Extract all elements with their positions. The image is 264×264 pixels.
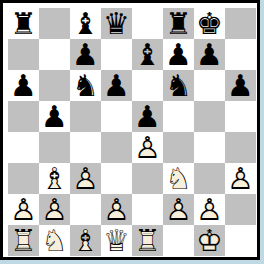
- square-f3[interactable]: ♞♘: [163, 163, 194, 194]
- white-rook-icon-fill: ♜: [132, 225, 163, 256]
- square-b1[interactable]: ♞♘: [39, 225, 70, 256]
- square-g3[interactable]: [194, 163, 225, 194]
- square-a2[interactable]: ♟♙: [8, 194, 39, 225]
- square-b6[interactable]: [39, 70, 70, 101]
- square-h6[interactable]: ♟: [225, 70, 256, 101]
- square-c5[interactable]: [70, 101, 101, 132]
- black-knight-icon: ♞: [70, 70, 101, 101]
- square-g2[interactable]: ♟♙: [194, 194, 225, 225]
- black-bishop-icon: ♝: [132, 39, 163, 70]
- white-pawn-icon-fill: ♟: [194, 194, 225, 225]
- square-f8[interactable]: ♜: [163, 8, 194, 39]
- white-rook-icon-fill: ♜: [8, 225, 39, 256]
- square-h7[interactable]: [225, 39, 256, 70]
- white-pawn-icon: ♙: [101, 194, 132, 225]
- white-pawn-icon: ♙: [39, 194, 70, 225]
- square-a6[interactable]: ♟: [8, 70, 39, 101]
- white-bishop-icon-fill: ♝: [70, 225, 101, 256]
- white-pawn-icon-fill: ♟: [101, 194, 132, 225]
- white-knight-icon-fill: ♞: [163, 163, 194, 194]
- black-pawn-icon: ♟: [132, 101, 163, 132]
- square-e6[interactable]: [132, 70, 163, 101]
- white-knight-icon: ♘: [163, 163, 194, 194]
- black-king-icon: ♚: [194, 8, 225, 39]
- square-a3[interactable]: [8, 163, 39, 194]
- square-c6[interactable]: ♞: [70, 70, 101, 101]
- square-c8[interactable]: ♝: [70, 8, 101, 39]
- square-h5[interactable]: [225, 101, 256, 132]
- white-pawn-icon-fill: ♟: [132, 132, 163, 163]
- square-d6[interactable]: ♟: [101, 70, 132, 101]
- square-c7[interactable]: ♟: [70, 39, 101, 70]
- white-queen-icon-fill: ♛: [101, 225, 132, 256]
- white-pawn-icon: ♙: [8, 194, 39, 225]
- white-pawn-icon-fill: ♟: [225, 163, 256, 194]
- black-rook-icon: ♜: [8, 8, 39, 39]
- square-e2[interactable]: [132, 194, 163, 225]
- chess-board: ♜♝♛♜♚♟♝♟♟♟♞♟♞♟♟♟♟♙♝♗♟♙♞♘♟♙♟♙♟♙♟♙♟♙♟♙♜♖♞♘…: [8, 8, 256, 256]
- square-b8[interactable]: [39, 8, 70, 39]
- square-f6[interactable]: ♞: [163, 70, 194, 101]
- square-h2[interactable]: [225, 194, 256, 225]
- square-e1[interactable]: ♜♖: [132, 225, 163, 256]
- square-b5[interactable]: ♟: [39, 101, 70, 132]
- square-a5[interactable]: [8, 101, 39, 132]
- square-h4[interactable]: [225, 132, 256, 163]
- black-pawn-icon: ♟: [225, 70, 256, 101]
- white-king-icon-fill: ♚: [194, 225, 225, 256]
- black-rook-icon: ♜: [163, 8, 194, 39]
- square-d7[interactable]: [101, 39, 132, 70]
- square-b4[interactable]: [39, 132, 70, 163]
- square-e8[interactable]: [132, 8, 163, 39]
- white-pawn-icon: ♙: [163, 194, 194, 225]
- square-d5[interactable]: [101, 101, 132, 132]
- square-g4[interactable]: [194, 132, 225, 163]
- white-pawn-icon-fill: ♟: [70, 163, 101, 194]
- square-h8[interactable]: [225, 8, 256, 39]
- black-pawn-icon: ♟: [163, 39, 194, 70]
- white-bishop-icon-fill: ♝: [39, 163, 70, 194]
- square-f1[interactable]: [163, 225, 194, 256]
- square-e7[interactable]: ♝: [132, 39, 163, 70]
- square-a1[interactable]: ♜♖: [8, 225, 39, 256]
- square-f4[interactable]: [163, 132, 194, 163]
- black-pawn-icon: ♟: [8, 70, 39, 101]
- square-g6[interactable]: [194, 70, 225, 101]
- black-pawn-icon: ♟: [70, 39, 101, 70]
- square-b2[interactable]: ♟♙: [39, 194, 70, 225]
- square-e4[interactable]: ♟♙: [132, 132, 163, 163]
- white-rook-icon: ♖: [8, 225, 39, 256]
- black-pawn-icon: ♟: [101, 70, 132, 101]
- black-pawn-icon: ♟: [194, 39, 225, 70]
- square-e5[interactable]: ♟: [132, 101, 163, 132]
- white-pawn-icon-fill: ♟: [8, 194, 39, 225]
- square-g1[interactable]: ♚♔: [194, 225, 225, 256]
- white-king-icon: ♔: [194, 225, 225, 256]
- square-g5[interactable]: [194, 101, 225, 132]
- square-c3[interactable]: ♟♙: [70, 163, 101, 194]
- square-g7[interactable]: ♟: [194, 39, 225, 70]
- square-a4[interactable]: [8, 132, 39, 163]
- square-c1[interactable]: ♝♗: [70, 225, 101, 256]
- white-knight-icon-fill: ♞: [39, 225, 70, 256]
- black-knight-icon: ♞: [163, 70, 194, 101]
- white-pawn-icon: ♙: [132, 132, 163, 163]
- page-background: ♜♝♛♜♚♟♝♟♟♟♞♟♞♟♟♟♟♙♝♗♟♙♞♘♟♙♟♙♟♙♟♙♟♙♟♙♜♖♞♘…: [0, 0, 264, 264]
- white-pawn-icon: ♙: [70, 163, 101, 194]
- square-b3[interactable]: ♝♗: [39, 163, 70, 194]
- square-d8[interactable]: ♛: [101, 8, 132, 39]
- square-d1[interactable]: ♛♕: [101, 225, 132, 256]
- black-pawn-icon: ♟: [39, 101, 70, 132]
- square-h3[interactable]: ♟♙: [225, 163, 256, 194]
- white-pawn-icon: ♙: [225, 163, 256, 194]
- white-queen-icon: ♕: [101, 225, 132, 256]
- square-h1[interactable]: [225, 225, 256, 256]
- black-bishop-icon: ♝: [70, 8, 101, 39]
- square-e3[interactable]: [132, 163, 163, 194]
- white-bishop-icon: ♗: [39, 163, 70, 194]
- square-f5[interactable]: [163, 101, 194, 132]
- white-knight-icon: ♘: [39, 225, 70, 256]
- white-rook-icon: ♖: [132, 225, 163, 256]
- square-c2[interactable]: [70, 194, 101, 225]
- square-c4[interactable]: [70, 132, 101, 163]
- square-d4[interactable]: [101, 132, 132, 163]
- square-g8[interactable]: ♚: [194, 8, 225, 39]
- white-pawn-icon-fill: ♟: [39, 194, 70, 225]
- square-d2[interactable]: ♟♙: [101, 194, 132, 225]
- square-f7[interactable]: ♟: [163, 39, 194, 70]
- white-pawn-icon-fill: ♟: [163, 194, 194, 225]
- square-b7[interactable]: [39, 39, 70, 70]
- square-d3[interactable]: [101, 163, 132, 194]
- square-f2[interactable]: ♟♙: [163, 194, 194, 225]
- white-pawn-icon: ♙: [194, 194, 225, 225]
- black-queen-icon: ♛: [101, 8, 132, 39]
- board-frame: ♜♝♛♜♚♟♝♟♟♟♞♟♞♟♟♟♟♙♝♗♟♙♞♘♟♙♟♙♟♙♟♙♟♙♟♙♜♖♞♘…: [0, 0, 260, 260]
- white-bishop-icon: ♗: [70, 225, 101, 256]
- square-a7[interactable]: [8, 39, 39, 70]
- square-a8[interactable]: ♜: [8, 8, 39, 39]
